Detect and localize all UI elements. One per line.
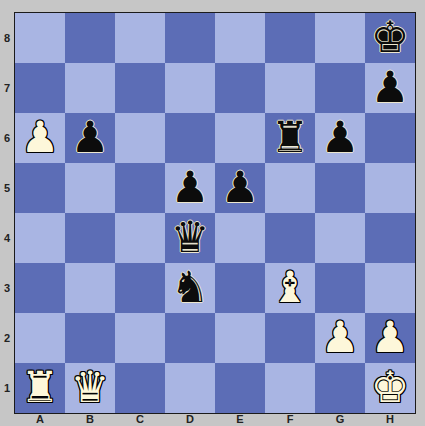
rank-label-6: 6: [0, 113, 14, 163]
square-e4[interactable]: [215, 213, 265, 263]
square-a6[interactable]: ♟: [15, 113, 65, 163]
file-label-g: G: [315, 412, 365, 426]
piece-white-pawn: ♟: [315, 313, 365, 363]
square-f7[interactable]: [265, 63, 315, 113]
square-a1[interactable]: ♜: [15, 363, 65, 413]
square-d5[interactable]: ♟: [165, 163, 215, 213]
square-f4[interactable]: [265, 213, 315, 263]
square-b8[interactable]: [65, 13, 115, 63]
square-b5[interactable]: [65, 163, 115, 213]
square-b3[interactable]: [65, 263, 115, 313]
square-g1[interactable]: [315, 363, 365, 413]
square-c2[interactable]: [115, 313, 165, 363]
square-c7[interactable]: [115, 63, 165, 113]
file-label-f: F: [265, 412, 315, 426]
chess-diagram: 87654321 ♚♟♟♟♜♟♟♟♛♞♝♟♟♜♛♚ ABCDEFGH: [0, 0, 425, 426]
square-g7[interactable]: [315, 63, 365, 113]
square-h5[interactable]: [365, 163, 415, 213]
square-c4[interactable]: [115, 213, 165, 263]
file-labels: ABCDEFGH: [15, 412, 415, 426]
chess-board: ♚♟♟♟♜♟♟♟♛♞♝♟♟♜♛♚: [14, 12, 416, 414]
square-h2[interactable]: ♟: [365, 313, 415, 363]
rank-label-2: 2: [0, 313, 14, 363]
square-c6[interactable]: [115, 113, 165, 163]
square-a2[interactable]: [15, 313, 65, 363]
piece-black-pawn: ♟: [215, 163, 265, 213]
square-h6[interactable]: [365, 113, 415, 163]
square-e1[interactable]: [215, 363, 265, 413]
square-h4[interactable]: [365, 213, 415, 263]
square-b1[interactable]: ♛: [65, 363, 115, 413]
piece-black-pawn: ♟: [165, 163, 215, 213]
square-f1[interactable]: [265, 363, 315, 413]
rank-label-8: 8: [0, 13, 14, 63]
square-f8[interactable]: [265, 13, 315, 63]
piece-white-bishop: ♝: [265, 263, 315, 313]
square-e7[interactable]: [215, 63, 265, 113]
square-d1[interactable]: [165, 363, 215, 413]
piece-black-pawn: ♟: [365, 63, 415, 113]
square-e2[interactable]: [215, 313, 265, 363]
square-d7[interactable]: [165, 63, 215, 113]
piece-white-rook: ♜: [15, 363, 65, 413]
piece-black-queen: ♛: [165, 213, 215, 263]
square-e5[interactable]: ♟: [215, 163, 265, 213]
file-label-a: A: [15, 412, 65, 426]
square-c8[interactable]: [115, 13, 165, 63]
square-a3[interactable]: [15, 263, 65, 313]
rank-label-3: 3: [0, 263, 14, 313]
rank-label-4: 4: [0, 213, 14, 263]
file-label-h: H: [365, 412, 415, 426]
square-b6[interactable]: ♟: [65, 113, 115, 163]
piece-black-king: ♚: [365, 13, 415, 63]
square-a7[interactable]: [15, 63, 65, 113]
square-f2[interactable]: [265, 313, 315, 363]
square-a5[interactable]: [15, 163, 65, 213]
square-g8[interactable]: [315, 13, 365, 63]
square-f5[interactable]: [265, 163, 315, 213]
rank-label-1: 1: [0, 363, 14, 413]
rank-label-5: 5: [0, 163, 14, 213]
piece-black-knight: ♞: [165, 263, 215, 313]
square-d2[interactable]: [165, 313, 215, 363]
square-e8[interactable]: [215, 13, 265, 63]
square-b4[interactable]: [65, 213, 115, 263]
square-e6[interactable]: [215, 113, 265, 163]
square-g4[interactable]: [315, 213, 365, 263]
piece-black-pawn: ♟: [65, 113, 115, 163]
square-f3[interactable]: ♝: [265, 263, 315, 313]
file-label-c: C: [115, 412, 165, 426]
square-e3[interactable]: [215, 263, 265, 313]
square-a8[interactable]: [15, 13, 65, 63]
piece-black-pawn: ♟: [315, 113, 365, 163]
piece-white-pawn: ♟: [15, 113, 65, 163]
square-h1[interactable]: ♚: [365, 363, 415, 413]
square-d6[interactable]: [165, 113, 215, 163]
square-b7[interactable]: [65, 63, 115, 113]
file-label-d: D: [165, 412, 215, 426]
file-label-e: E: [215, 412, 265, 426]
rank-label-7: 7: [0, 63, 14, 113]
square-c5[interactable]: [115, 163, 165, 213]
file-label-b: B: [65, 412, 115, 426]
square-h7[interactable]: ♟: [365, 63, 415, 113]
piece-white-queen: ♛: [65, 363, 115, 413]
rank-labels: 87654321: [0, 13, 14, 413]
square-a4[interactable]: [15, 213, 65, 263]
square-b2[interactable]: [65, 313, 115, 363]
piece-white-pawn: ♟: [365, 313, 415, 363]
square-g2[interactable]: ♟: [315, 313, 365, 363]
square-c1[interactable]: [115, 363, 165, 413]
piece-black-rook: ♜: [265, 113, 315, 163]
square-d8[interactable]: [165, 13, 215, 63]
square-f6[interactable]: ♜: [265, 113, 315, 163]
square-g6[interactable]: ♟: [315, 113, 365, 163]
square-g5[interactable]: [315, 163, 365, 213]
piece-white-king: ♚: [365, 363, 415, 413]
square-g3[interactable]: [315, 263, 365, 313]
square-d3[interactable]: ♞: [165, 263, 215, 313]
square-h3[interactable]: [365, 263, 415, 313]
square-c3[interactable]: [115, 263, 165, 313]
square-d4[interactable]: ♛: [165, 213, 215, 263]
square-h8[interactable]: ♚: [365, 13, 415, 63]
